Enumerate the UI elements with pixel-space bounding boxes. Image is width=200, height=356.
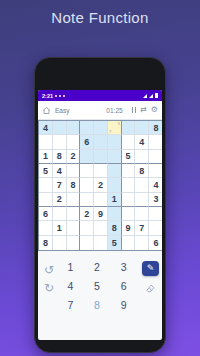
notification-icon [63,95,65,97]
eraser-button[interactable] [144,282,157,295]
sudoku-cell[interactable]: 2 [67,150,81,164]
sudoku-cell[interactable] [80,236,94,250]
undo-redo-column: ↺ ↻ [44,264,54,294]
sudoku-cell[interactable] [122,193,136,207]
sudoku-cell[interactable] [122,164,136,178]
numpad-button-6[interactable]: 6 [110,279,137,292]
sudoku-cell[interactable] [39,178,53,192]
sudoku-cell[interactable] [108,164,122,178]
status-right [143,93,158,98]
sudoku-cell[interactable] [94,193,108,207]
sudoku-cell[interactable] [135,193,149,207]
sudoku-cell[interactable]: 8 [67,178,81,192]
difficulty-label: Easy [55,107,69,114]
sudoku-cell[interactable] [53,236,67,250]
sudoku-cell[interactable] [67,121,81,135]
page-title: Note Function [0,9,200,26]
battery-icon [155,93,158,98]
sudoku-cell[interactable] [149,207,162,221]
sudoku-cell[interactable] [39,193,53,207]
sudoku-cell[interactable] [108,207,122,221]
numpad-button-5[interactable]: 5 [84,279,111,292]
sudoku-cell[interactable]: 2 [53,193,67,207]
tutorial-screen: Note Function 2:21 [0,0,200,356]
sudoku-cell[interactable] [67,164,81,178]
redo-button[interactable]: ↻ [44,282,54,294]
notification-icon [55,95,57,97]
sudoku-cell[interactable]: 4 [135,135,149,149]
numpad-button-1[interactable]: 1 [57,260,84,273]
numpad-button-2[interactable]: 2 [84,260,111,273]
sudoku-cell[interactable] [80,150,94,164]
note-grid: 37 [108,121,121,134]
settings-gear-icon[interactable]: ⚙ [151,106,158,114]
signal-icon [149,94,153,98]
sudoku-cell[interactable]: 6 [149,236,162,250]
sudoku-cell[interactable]: 5 [108,236,122,250]
sudoku-cell[interactable] [149,135,162,149]
sudoku-cell[interactable]: 7 [53,178,67,192]
eraser-icon [145,283,156,294]
sudoku-cell[interactable] [80,193,94,207]
number-pad: 123456789 [57,260,137,311]
game-header: Easy 01:25 ⇄ ⚙ [38,101,162,120]
sudoku-cell[interactable] [122,135,136,149]
timer-label: 01:25 [106,107,122,114]
phone-screen: 2:21 Easy 01:25 ⇄ ⚙ [38,90,162,340]
tools-column: ✎ [142,261,159,295]
status-left: 2:21 [42,93,65,99]
phone-frame: 2:21 Easy 01:25 ⇄ ⚙ [34,57,166,353]
sudoku-cell[interactable]: 3 [149,193,162,207]
sudoku-cell[interactable] [122,178,136,192]
sudoku-cell[interactable]: 8 [149,121,162,135]
sudoku-cell[interactable]: 6 [39,207,53,221]
sudoku-cell[interactable]: 2 [80,207,94,221]
sudoku-cell[interactable] [67,236,81,250]
sudoku-cell[interactable] [67,135,81,149]
status-bar: 2:21 [38,90,162,101]
sudoku-cell[interactable]: 6 [80,135,94,149]
pencil-icon: ✎ [147,264,155,273]
sudoku-cell[interactable]: 1 [39,150,53,164]
sudoku-cell[interactable]: 8 [39,236,53,250]
sudoku-cell[interactable] [135,150,149,164]
pencil-note-button[interactable]: ✎ [142,261,159,276]
sudoku-cell[interactable] [149,150,162,164]
sudoku-cell[interactable] [94,121,108,135]
sudoku-cell[interactable]: 8 [53,150,67,164]
sudoku-cell[interactable] [108,135,122,149]
sudoku-cell[interactable]: 9 [94,207,108,221]
sudoku-cell[interactable]: 7 [135,221,149,235]
sudoku-cell[interactable]: 37 [108,121,122,135]
sudoku-cell[interactable] [94,236,108,250]
sudoku-cell[interactable] [94,221,108,235]
sudoku-cell[interactable] [80,121,94,135]
sudoku-cell[interactable] [135,178,149,192]
numpad-button-4[interactable]: 4 [57,279,84,292]
sudoku-cell[interactable] [135,236,149,250]
sudoku-cell[interactable] [67,193,81,207]
wifi-icon [143,94,147,98]
note-digit [116,129,120,134]
numpad-button-7[interactable]: 7 [57,298,84,311]
sudoku-cell[interactable]: 4 [39,121,53,135]
sudoku-cell[interactable] [53,121,67,135]
sudoku-cell[interactable] [39,221,53,235]
swap-icon[interactable]: ⇄ [140,106,147,114]
sudoku-cell[interactable] [94,135,108,149]
sudoku-cell[interactable]: 4 [53,164,67,178]
sudoku-cell[interactable]: 1 [108,193,122,207]
sudoku-cell[interactable] [94,164,108,178]
sudoku-cell[interactable]: 4 [149,178,162,192]
sudoku-cell[interactable]: 1 [53,221,67,235]
notification-icon [59,95,61,97]
pause-icon[interactable] [132,107,137,113]
sudoku-cell[interactable] [108,150,122,164]
numpad-button-9[interactable]: 9 [110,298,137,311]
sudoku-cell[interactable] [135,121,149,135]
game-controls: ↺ ↻ 123456789 ✎ [38,260,162,318]
sudoku-cell[interactable] [135,207,149,221]
sudoku-cell[interactable] [122,121,136,135]
sudoku-cell[interactable] [80,164,94,178]
sudoku-cell[interactable] [80,178,94,192]
sudoku-cell[interactable]: 2 [94,178,108,192]
sudoku-cell[interactable]: 8 [135,164,149,178]
sudoku-cell[interactable] [94,150,108,164]
sudoku-cell[interactable]: 9 [122,221,136,235]
sudoku-cell[interactable] [149,164,162,178]
sudoku-cell[interactable] [53,135,67,149]
sudoku-board: 437864182554878242136291897856 [38,120,162,251]
sudoku-cell[interactable] [108,178,122,192]
numpad-button-3[interactable]: 3 [110,260,137,273]
status-time: 2:21 [42,93,53,99]
sudoku-cell[interactable] [67,207,81,221]
sudoku-cell[interactable]: 5 [39,164,53,178]
sudoku-cell[interactable] [149,221,162,235]
sudoku-cell[interactable] [122,207,136,221]
sudoku-cell[interactable] [53,207,67,221]
sudoku-cell[interactable] [80,221,94,235]
numpad-button-8[interactable]: 8 [84,298,111,311]
sudoku-cell[interactable] [67,221,81,235]
sudoku-cell[interactable] [122,236,136,250]
undo-button[interactable]: ↺ [44,264,54,276]
sudoku-cell[interactable]: 5 [122,150,136,164]
sudoku-cell[interactable]: 8 [108,221,122,235]
sudoku-cell[interactable] [39,135,53,149]
home-icon[interactable] [42,106,51,115]
